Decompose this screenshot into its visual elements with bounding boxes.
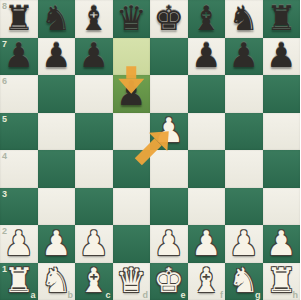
- piece-black-rook[interactable]: ♜: [4, 1, 34, 35]
- square-g5[interactable]: [225, 113, 263, 151]
- square-h3[interactable]: [263, 188, 301, 226]
- piece-white-king[interactable]: ♚: [154, 263, 184, 297]
- square-h5[interactable]: [263, 113, 301, 151]
- piece-white-bishop[interactable]: ♝: [191, 263, 221, 297]
- square-h4[interactable]: [263, 150, 301, 188]
- chess-board: 8♜♞♝♛♚♝♞♜7♟♟♟♟♟♟6♟5♟432♟♟♟♟♟♟♟1a♜b♞c♝d♛e…: [0, 0, 300, 300]
- piece-white-queen[interactable]: ♛: [116, 263, 146, 297]
- rank-label-6: 6: [2, 76, 7, 86]
- piece-black-pawn[interactable]: ♟: [4, 38, 34, 72]
- square-d1[interactable]: d♛: [113, 263, 151, 300]
- piece-white-pawn[interactable]: ♟: [266, 226, 296, 260]
- square-f3[interactable]: [188, 188, 226, 226]
- square-a7[interactable]: 7♟: [0, 38, 38, 76]
- piece-white-pawn[interactable]: ♟: [79, 226, 109, 260]
- square-e5[interactable]: ♟: [150, 113, 188, 151]
- piece-white-knight[interactable]: ♞: [41, 263, 71, 297]
- square-g1[interactable]: g♞: [225, 263, 263, 300]
- piece-white-pawn[interactable]: ♟: [154, 113, 184, 147]
- piece-black-pawn[interactable]: ♟: [229, 38, 259, 72]
- square-c7[interactable]: ♟: [75, 38, 113, 76]
- square-a8[interactable]: 8♜: [0, 0, 38, 38]
- square-h8[interactable]: ♜: [263, 0, 301, 38]
- piece-white-knight[interactable]: ♞: [229, 263, 259, 297]
- piece-white-rook[interactable]: ♜: [266, 263, 296, 297]
- square-d7[interactable]: [113, 38, 151, 76]
- piece-white-pawn[interactable]: ♟: [154, 226, 184, 260]
- square-d8[interactable]: ♛: [113, 0, 151, 38]
- square-h6[interactable]: [263, 75, 301, 113]
- square-g6[interactable]: [225, 75, 263, 113]
- square-f6[interactable]: [188, 75, 226, 113]
- square-e7[interactable]: [150, 38, 188, 76]
- square-f5[interactable]: [188, 113, 226, 151]
- square-b6[interactable]: [38, 75, 76, 113]
- piece-black-pawn[interactable]: ♟: [116, 76, 146, 110]
- square-d6[interactable]: ♟: [113, 75, 151, 113]
- square-e2[interactable]: ♟: [150, 225, 188, 263]
- square-f1[interactable]: f♝: [188, 263, 226, 300]
- square-f8[interactable]: ♝: [188, 0, 226, 38]
- square-c5[interactable]: [75, 113, 113, 151]
- square-h7[interactable]: ♟: [263, 38, 301, 76]
- square-b7[interactable]: ♟: [38, 38, 76, 76]
- square-b3[interactable]: [38, 188, 76, 226]
- chess-board-area: 8♜♞♝♛♚♝♞♜7♟♟♟♟♟♟6♟5♟432♟♟♟♟♟♟♟1a♜b♞c♝d♛e…: [0, 0, 300, 300]
- piece-white-pawn[interactable]: ♟: [4, 226, 34, 260]
- square-a4[interactable]: 4: [0, 150, 38, 188]
- square-b2[interactable]: ♟: [38, 225, 76, 263]
- square-a2[interactable]: 2♟: [0, 225, 38, 263]
- piece-white-pawn[interactable]: ♟: [41, 226, 71, 260]
- square-d4[interactable]: [113, 150, 151, 188]
- square-c2[interactable]: ♟: [75, 225, 113, 263]
- square-f7[interactable]: ♟: [188, 38, 226, 76]
- piece-black-knight[interactable]: ♞: [229, 1, 259, 35]
- square-e8[interactable]: ♚: [150, 0, 188, 38]
- square-e4[interactable]: [150, 150, 188, 188]
- square-c1[interactable]: c♝: [75, 263, 113, 300]
- square-a6[interactable]: 6: [0, 75, 38, 113]
- square-f4[interactable]: [188, 150, 226, 188]
- square-h2[interactable]: ♟: [263, 225, 301, 263]
- square-c8[interactable]: ♝: [75, 0, 113, 38]
- piece-white-pawn[interactable]: ♟: [191, 226, 221, 260]
- square-a5[interactable]: 5: [0, 113, 38, 151]
- piece-white-pawn[interactable]: ♟: [229, 226, 259, 260]
- square-b4[interactable]: [38, 150, 76, 188]
- piece-black-rook[interactable]: ♜: [266, 1, 296, 35]
- square-g2[interactable]: ♟: [225, 225, 263, 263]
- square-e3[interactable]: [150, 188, 188, 226]
- rank-label-4: 4: [2, 151, 7, 161]
- piece-white-bishop[interactable]: ♝: [79, 263, 109, 297]
- square-g4[interactable]: [225, 150, 263, 188]
- piece-black-pawn[interactable]: ♟: [191, 38, 221, 72]
- square-h1[interactable]: h♜: [263, 263, 301, 300]
- piece-black-king[interactable]: ♚: [154, 1, 184, 35]
- square-a1[interactable]: 1a♜: [0, 263, 38, 300]
- square-g8[interactable]: ♞: [225, 0, 263, 38]
- square-d3[interactable]: [113, 188, 151, 226]
- square-c6[interactable]: [75, 75, 113, 113]
- square-c3[interactable]: [75, 188, 113, 226]
- square-b8[interactable]: ♞: [38, 0, 76, 38]
- square-g3[interactable]: [225, 188, 263, 226]
- rank-label-5: 5: [2, 114, 7, 124]
- square-e6[interactable]: [150, 75, 188, 113]
- square-d5[interactable]: [113, 113, 151, 151]
- square-f2[interactable]: ♟: [188, 225, 226, 263]
- square-g7[interactable]: ♟: [225, 38, 263, 76]
- piece-black-knight[interactable]: ♞: [41, 1, 71, 35]
- square-b1[interactable]: b♞: [38, 263, 76, 300]
- square-a3[interactable]: 3: [0, 188, 38, 226]
- piece-black-queen[interactable]: ♛: [116, 1, 146, 35]
- piece-black-pawn[interactable]: ♟: [79, 38, 109, 72]
- piece-black-bishop[interactable]: ♝: [79, 1, 109, 35]
- piece-black-bishop[interactable]: ♝: [191, 1, 221, 35]
- piece-black-pawn[interactable]: ♟: [266, 38, 296, 72]
- square-d2[interactable]: [113, 225, 151, 263]
- rank-label-3: 3: [2, 189, 7, 199]
- square-e1[interactable]: e♚: [150, 263, 188, 300]
- square-b5[interactable]: [38, 113, 76, 151]
- piece-black-pawn[interactable]: ♟: [41, 38, 71, 72]
- square-c4[interactable]: [75, 150, 113, 188]
- piece-white-rook[interactable]: ♜: [4, 263, 34, 297]
